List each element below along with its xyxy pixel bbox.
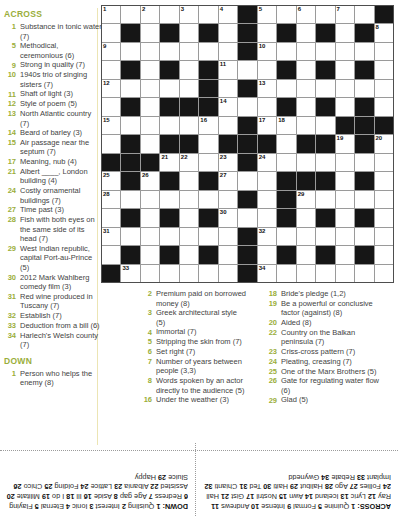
clue-text: Set right (7) [156, 347, 195, 357]
grid-cell-r4c3[interactable] [141, 61, 159, 78]
grid-cell-r4c9[interactable] [258, 61, 276, 78]
grid-cell-r3c9[interactable]: 10 [258, 43, 276, 60]
clue-text: Costly ornamental buildings (7) [20, 186, 102, 205]
grid-cell-r11c15[interactable] [375, 191, 393, 208]
grid-cell-r11c10 [277, 191, 295, 208]
grid-cell-r2c15[interactable]: 8 [375, 24, 393, 41]
grid-cell-r11c2[interactable] [121, 191, 139, 208]
grid-cell-r14c9[interactable] [258, 246, 276, 263]
answer-number: 30 [263, 482, 271, 491]
grid-cell-r10c11 [297, 172, 315, 189]
cell-number-24: 24 [259, 154, 266, 161]
grid-cell-r4c15[interactable] [375, 61, 393, 78]
cell-number-34: 34 [259, 265, 266, 272]
grid-cell-r13c9[interactable]: 32 [258, 228, 276, 245]
clue-number: 16 [138, 395, 152, 405]
grid-cell-r10c1[interactable]: 25 [102, 172, 120, 189]
grid-cell-r12c1[interactable] [102, 209, 120, 226]
grid-cell-r6c9[interactable] [258, 98, 276, 115]
grid-cell-r12c9[interactable] [258, 209, 276, 226]
clue-text: Glad (5) [281, 395, 308, 405]
answer-number: 14 [305, 492, 313, 501]
grid-cell-r6c11[interactable] [297, 98, 315, 115]
grid-cell-r5c12[interactable] [316, 80, 334, 97]
grid-cell-r11c7[interactable] [219, 191, 237, 208]
grid-cell-r2c5[interactable] [180, 24, 198, 41]
grid-cell-r6c3[interactable] [141, 98, 159, 115]
clue-text: Greek architectural style (5) [156, 308, 248, 327]
clue-item-5: 5Stripping the skin from (7) [138, 337, 248, 347]
grid-cell-r1c4[interactable] [160, 6, 178, 23]
cut-line-vertical [195, 443, 196, 516]
grid-cell-r9c4[interactable]: 21 [160, 154, 178, 171]
grid-cell-r15c6[interactable] [199, 265, 217, 282]
clue-item-13: 13North Atlantic country (7) [3, 109, 102, 128]
clue-number: 31 [3, 292, 16, 302]
across-header: ACROSS [4, 9, 102, 19]
cell-number-4: 4 [220, 6, 223, 13]
cell-number-13: 13 [259, 80, 266, 87]
grid-cell-r2c3[interactable] [141, 24, 159, 41]
grid-cell-r3c3[interactable] [141, 43, 159, 60]
grid-cell-r4c8[interactable] [238, 61, 256, 78]
grid-cell-r4c10 [277, 61, 295, 78]
grid-cell-r6c1[interactable] [102, 98, 120, 115]
grid-cell-r9c5[interactable]: 22 [180, 154, 198, 171]
grid-cell-r1c6[interactable] [199, 6, 217, 23]
grid-cell-r15c8 [238, 265, 256, 282]
clue-text: 1940s trio of singing sisters (7) [20, 70, 102, 89]
grid-cell-r2c13[interactable] [336, 24, 354, 41]
grid-cell-r5c1[interactable]: 12 [102, 80, 120, 97]
clue-number: 18 [263, 289, 277, 299]
clue-text: Number of years between people (3,3) [156, 357, 248, 376]
clue-item-19: 19Be a powerful or conclusive factor (ag… [263, 299, 379, 318]
cell-number-6: 6 [298, 6, 301, 13]
grid-cell-r5c14[interactable] [355, 80, 373, 97]
grid-cell-r1c2[interactable] [121, 6, 139, 23]
clue-item-25: 25One of the Marx Brothers (5) [263, 367, 379, 377]
grid-cell-r9c7[interactable]: 23 [219, 154, 237, 171]
grid-cell-r8c9 [258, 135, 276, 152]
clue-item-9: 9Strong in quality (7) [3, 60, 102, 70]
grid-cell-r4c11[interactable] [297, 61, 315, 78]
grid-cell-r14c5[interactable] [180, 246, 198, 263]
clue-item-21: 21Albert ____, London building (4) [3, 167, 102, 186]
clue-text: Albert ____, London building (4) [20, 167, 102, 186]
clue-text: Style of poem (5) [20, 99, 77, 109]
answer-number: 18 [66, 492, 74, 501]
grid-cell-r11c1[interactable]: 28 [102, 191, 120, 208]
cell-number-10: 10 [259, 43, 266, 50]
answers-label: ACROSS: [355, 502, 391, 511]
grid-cell-r5c7[interactable] [219, 80, 237, 97]
grid-cell-r1c15 [375, 6, 393, 23]
grid-cell-r5c3[interactable] [141, 80, 159, 97]
cell-number-2: 2 [142, 6, 145, 13]
grid-cell-r6c12 [316, 98, 334, 115]
answer-number: 8 [114, 492, 118, 501]
grid-cell-r14c3[interactable] [141, 246, 159, 263]
grid-cell-r13c8 [238, 228, 256, 245]
clue-text: Red wine produced in Tuscany (7) [20, 292, 102, 311]
grid-cell-r3c1[interactable]: 9 [102, 43, 120, 60]
answer-number: 29 [158, 473, 166, 482]
grid-cell-r8c1[interactable] [102, 135, 120, 152]
clues-column-3: 18Bride's pledge (1,2)19Be a powerful or… [263, 289, 379, 405]
grid-cell-r13c2[interactable] [121, 228, 139, 245]
clue-text: Country on the Balkan peninsula (7) [281, 328, 379, 347]
grid-cell-r9c15[interactable] [375, 154, 393, 171]
clue-number: 25 [263, 367, 277, 377]
clue-number: 32 [3, 311, 16, 321]
answer-number: 4 [66, 502, 70, 511]
grid-cell-r3c12[interactable] [316, 43, 334, 60]
grid-cell-r7c8 [238, 117, 256, 134]
cell-number-3: 3 [181, 6, 184, 13]
grid-cell-r14c14 [355, 246, 373, 263]
grid-cell-r10c8[interactable] [238, 172, 256, 189]
grid-cell-r15c15[interactable] [375, 265, 393, 282]
grid-cell-r8c6[interactable] [199, 135, 217, 152]
grid-cell-r9c12[interactable] [316, 154, 334, 171]
grid-cell-r14c7[interactable] [219, 246, 237, 263]
grid-cell-r10c14 [355, 172, 373, 189]
grid-cell-r4c5[interactable] [180, 61, 198, 78]
grid-cell-r8c13[interactable]: 19 [336, 135, 354, 152]
clue-item-17: 17Meaning, nub (4) [3, 157, 102, 167]
clue-number: 26 [263, 376, 277, 386]
grid-cell-r1c12[interactable] [316, 6, 334, 23]
clue-text: Be a powerful or conclusive factor (agai… [281, 299, 379, 318]
grid-cell-r8c7 [219, 135, 237, 152]
grid-cell-r13c13[interactable] [336, 228, 354, 245]
grid-cell-r7c1[interactable]: 15 [102, 117, 120, 134]
clue-number: 8 [138, 376, 152, 386]
grid-cell-r13c3[interactable] [141, 228, 159, 245]
clue-text: Fish with both eyes on the same side of … [20, 215, 102, 244]
grid-cell-r1c10[interactable] [277, 6, 295, 23]
grid-cell-r12c15[interactable] [375, 209, 393, 226]
grid-cell-r6c13[interactable] [336, 98, 354, 115]
clue-number: 9 [3, 60, 16, 70]
grid-cell-r11c12[interactable] [316, 191, 334, 208]
grid-cell-r15c11[interactable] [297, 265, 315, 282]
grid-cell-r10c7[interactable]: 27 [219, 172, 237, 189]
cell-number-5: 5 [259, 6, 262, 13]
grid-cell-r10c13[interactable] [336, 172, 354, 189]
cell-number-21: 21 [161, 154, 168, 161]
cut-line-horizontal [0, 450, 398, 451]
answer-number: 17 [246, 492, 254, 501]
grid-cell-r3c4[interactable] [160, 43, 178, 60]
grid-cell-r5c15[interactable] [375, 80, 393, 97]
clue-item-4: 4Immortal (7) [138, 327, 248, 337]
grid-cell-r3c10[interactable] [277, 43, 295, 60]
clue-item-14: 14Beard of barley (3) [3, 128, 102, 138]
clue-text: Beard of barley (3) [20, 128, 82, 138]
answer-number: 1 [156, 502, 160, 511]
grid-cell-r12c7[interactable]: 30 [219, 209, 237, 226]
grid-cell-r13c14[interactable] [355, 228, 373, 245]
clue-text: Aided (8) [281, 318, 311, 328]
grid-cell-r15c7[interactable] [219, 265, 237, 282]
grid-cell-r12c11[interactable] [297, 209, 315, 226]
grid-cell-r5c10[interactable] [277, 80, 295, 97]
cell-number-7: 7 [337, 6, 340, 13]
grid-cell-r4c1[interactable] [102, 61, 120, 78]
grid-cell-r8c14 [355, 135, 373, 152]
grid-cell-r6c4 [160, 98, 178, 115]
answer-number: 21 [221, 492, 229, 501]
grid-cell-r14c13[interactable] [336, 246, 354, 263]
grid-cell-r9c10[interactable] [277, 154, 295, 171]
grid-cell-r13c4[interactable] [160, 228, 178, 245]
grid-cell-r11c11[interactable]: 29 [297, 191, 315, 208]
cell-number-27: 27 [220, 172, 227, 179]
answer-number: 15 [279, 492, 287, 501]
grid-cell-r12c6 [199, 209, 217, 226]
grid-cell-r13c7[interactable] [219, 228, 237, 245]
answer-number: 5 [318, 502, 322, 511]
clue-number: 27 [3, 205, 16, 215]
grid-cell-r4c12 [316, 61, 334, 78]
grid-cell-r9c8 [238, 154, 256, 171]
clue-text: West Indian republic, capital Port-au-Pr… [20, 244, 102, 273]
grid-cell-r1c13[interactable]: 7 [336, 6, 354, 23]
clue-text: North Atlantic country (7) [20, 109, 102, 128]
grid-cell-r3c13[interactable] [336, 43, 354, 60]
grid-cell-r1c3[interactable]: 2 [141, 6, 159, 23]
clue-number: 2 [138, 289, 152, 299]
grid-cell-r3c15[interactable] [375, 43, 393, 60]
grid-cell-r1c14[interactable] [355, 6, 373, 23]
grid-cell-r2c10 [277, 24, 295, 41]
grid-cell-r1c1[interactable]: 1 [102, 6, 120, 23]
grid-cell-r5c9[interactable]: 13 [258, 80, 276, 97]
clue-item-1: 1Person who helps the enemy (8) [3, 369, 102, 388]
clue-number: 11 [3, 89, 16, 99]
clue-item-23: 23Criss-cross pattern (7) [263, 347, 379, 357]
grid-cell-r12c13[interactable] [336, 209, 354, 226]
grid-cell-r7c9[interactable]: 17 [258, 117, 276, 134]
grid-cell-r7c10[interactable]: 18 [277, 117, 295, 134]
grid-cell-r14c12 [316, 246, 334, 263]
clue-item-15: 15Air passage near the septum (7) [3, 138, 102, 157]
grid-cell-r13c10[interactable] [277, 228, 295, 245]
answer-number: 9 [287, 502, 291, 511]
grid-cell-r7c6[interactable]: 16 [199, 117, 217, 134]
cell-number-12: 12 [103, 80, 110, 87]
grid-cell-r6c8[interactable] [238, 98, 256, 115]
grid-cell-r3c11[interactable] [297, 43, 315, 60]
grid-cell-r3c6[interactable] [199, 43, 217, 60]
grid-cell-r9c14[interactable] [355, 154, 373, 171]
grid-cell-r6c5 [180, 98, 198, 115]
clue-item-2: 2Premium paid on borrowed money (8) [138, 289, 248, 308]
clue-text: Immortal (7) [156, 327, 196, 337]
grid-cell-r15c14[interactable] [355, 265, 373, 282]
clue-text: Words spoken by an actor directly to the… [156, 376, 248, 395]
grid-cell-r15c5[interactable] [180, 265, 198, 282]
grid-cell-r11c6[interactable] [199, 191, 217, 208]
grid-cell-r14c15[interactable] [375, 246, 393, 263]
grid-cell-r3c5[interactable] [180, 43, 198, 60]
clue-number: 5 [138, 337, 152, 347]
grid-cell-r8c15[interactable]: 20 [375, 135, 393, 152]
grid-cell-r9c13[interactable] [336, 154, 354, 171]
grid-cell-r6c10 [277, 98, 295, 115]
grid-cell-r2c8 [238, 24, 256, 41]
grid-cell-r1c7[interactable]: 4 [219, 6, 237, 23]
grid-cell-r11c13[interactable] [336, 191, 354, 208]
grid-cell-r15c12[interactable] [316, 265, 334, 282]
grid-cell-r13c5[interactable] [180, 228, 198, 245]
clue-text: Harlech's Welsh county (7) [20, 331, 102, 350]
grid-cell-r10c5[interactable] [180, 172, 198, 189]
grid-cell-r3c14[interactable] [355, 43, 373, 60]
grid-cell-r2c9[interactable] [258, 24, 276, 41]
down-header: DOWN [4, 356, 102, 366]
grid-cell-r12c12 [316, 209, 334, 226]
grid-cell-r14c1[interactable] [102, 246, 120, 263]
grid-cell-r11c5[interactable] [180, 191, 198, 208]
grid-cell-r4c13[interactable] [336, 61, 354, 78]
grid-cell-r1c5[interactable]: 3 [180, 6, 198, 23]
clue-number: 28 [3, 215, 16, 225]
grid-cell-r5c11[interactable] [297, 80, 315, 97]
grid-cell-r8c10[interactable] [277, 135, 295, 152]
grid-cell-r15c1 [102, 265, 120, 282]
grid-cell-r15c9[interactable]: 34 [258, 265, 276, 282]
clue-text: 2012 Mark Wahlberg comedy film (3) [20, 273, 102, 292]
clue-item-3: 3Greek architectural style (5) [138, 308, 248, 327]
grid-cell-r11c9[interactable] [258, 191, 276, 208]
grid-cell-r5c5[interactable] [180, 80, 198, 97]
grid-cell-r15c3[interactable] [141, 265, 159, 282]
grid-cell-r7c5[interactable] [180, 117, 198, 134]
cell-number-28: 28 [103, 191, 110, 198]
answer-number: 25 [44, 482, 52, 491]
grid-cell-r2c7[interactable] [219, 24, 237, 41]
grid-cell-r12c5[interactable] [180, 209, 198, 226]
grid-cell-r2c1[interactable] [102, 24, 120, 41]
grid-cell-r13c11[interactable] [297, 228, 315, 245]
cell-number-31: 31 [103, 228, 110, 235]
answer-number: 19 [42, 492, 50, 501]
grid-cell-r10c15[interactable] [375, 172, 393, 189]
grid-cell-r10c3[interactable]: 26 [141, 172, 159, 189]
grid-cell-r5c2[interactable] [121, 80, 139, 97]
cell-number-26: 26 [142, 172, 149, 179]
grid-cell-r15c2[interactable]: 33 [121, 265, 139, 282]
clue-number: 24 [263, 357, 277, 367]
grid-cell-r9c6[interactable] [199, 154, 217, 171]
grid-cell-r7c3[interactable] [141, 117, 159, 134]
clue-text: Under the weather (3) [156, 395, 229, 405]
clue-text: Air passage near the septum (7) [20, 138, 102, 157]
grid-cell-r3c2[interactable] [121, 43, 139, 60]
answer-number: 29 [290, 482, 298, 491]
grid-cell-r4c7[interactable]: 11 [219, 61, 237, 78]
grid-cell-r4c2 [121, 61, 139, 78]
grid-cell-r6c7[interactable]: 14 [219, 98, 237, 115]
grid-cell-r2c11[interactable] [297, 24, 315, 41]
grid-cell-r7c12[interactable] [316, 117, 334, 134]
clue-item-24: 24Costly ornamental buildings (7) [3, 186, 102, 205]
grid-cell-r5c4[interactable] [160, 80, 178, 97]
grid-cell-r8c3[interactable] [141, 135, 159, 152]
grid-cell-r11c3[interactable] [141, 191, 159, 208]
grid-cell-r1c11[interactable]: 6 [297, 6, 315, 23]
grid-cell-r6c14 [355, 98, 373, 115]
answer-number: 1 [351, 502, 355, 511]
clue-item-16: 16Under the weather (3) [138, 395, 248, 405]
grid-cell-r13c15[interactable] [375, 228, 393, 245]
grid-cell-r11c4[interactable] [160, 191, 178, 208]
grid-cell-r9c3 [141, 154, 159, 171]
answer-number: 34 [321, 473, 329, 482]
grid-cell-r14c2 [121, 246, 139, 263]
grid-cell-r9c11[interactable] [297, 154, 315, 171]
cell-number-32: 32 [259, 228, 266, 235]
clue-item-7: 7Number of years between people (3,3) [138, 357, 248, 376]
grid-cell-r14c4 [160, 246, 178, 263]
clue-item-20: 20Aided (8) [263, 318, 379, 328]
grid-cell-r11c8 [238, 191, 256, 208]
grid-cell-r1c9[interactable]: 5 [258, 6, 276, 23]
grid-cell-r15c4[interactable] [160, 265, 178, 282]
grid-cell-r9c9[interactable]: 24 [258, 154, 276, 171]
clue-number: 21 [3, 167, 16, 177]
answers-across-block: ACROSS: 1 Quinine 5 Formal 9 Intense 10 … [202, 457, 391, 511]
cell-number-25: 25 [103, 172, 110, 179]
cell-number-17: 17 [259, 117, 266, 124]
grid-cell-r15c13[interactable] [336, 265, 354, 282]
clue-number: 34 [3, 331, 16, 341]
grid-cell-r12c3[interactable] [141, 209, 159, 226]
clue-item-24: 24Pleating, creasing (7) [263, 357, 379, 367]
grid-cell-r13c6[interactable] [199, 228, 217, 245]
grid-cell-r6c15[interactable] [375, 98, 393, 115]
clue-text: Methodical, ceremonious (6) [20, 41, 102, 60]
grid-cell-r14c11[interactable] [297, 246, 315, 263]
grid-cell-r7c4[interactable] [160, 117, 178, 134]
clue-text: Meaning, nub (4) [20, 157, 77, 167]
clue-item-29: 29West Indian republic, capital Port-au-… [3, 244, 102, 273]
clue-text: Criss-cross pattern (7) [281, 347, 355, 357]
grid-cell-r7c7[interactable] [219, 117, 237, 134]
grid-cell-r7c11[interactable] [297, 117, 315, 134]
grid-cell-r13c12[interactable] [316, 228, 334, 245]
grid-cell-r5c13[interactable] [336, 80, 354, 97]
answer-number: 20 [7, 492, 15, 501]
grid-cell-r7c2[interactable] [121, 117, 139, 134]
grid-cell-r8c4 [160, 135, 178, 152]
grid-cell-r14c6 [199, 246, 217, 263]
grid-cell-r13c1[interactable]: 31 [102, 228, 120, 245]
grid-cell-r10c9[interactable] [258, 172, 276, 189]
grid-cell-r12c8[interactable] [238, 209, 256, 226]
grid-cell-r15c10[interactable] [277, 265, 295, 282]
answer-number: 7 [149, 492, 153, 501]
answer-number: 32 [204, 482, 212, 491]
grid-cell-r14c8 [238, 246, 256, 263]
clue-text: Shaft of light (3) [20, 89, 73, 99]
clue-text: Strong in quality (7) [20, 60, 85, 70]
grid-cell-r11c14[interactable] [355, 191, 373, 208]
grid-cell-r3c7[interactable] [219, 43, 237, 60]
